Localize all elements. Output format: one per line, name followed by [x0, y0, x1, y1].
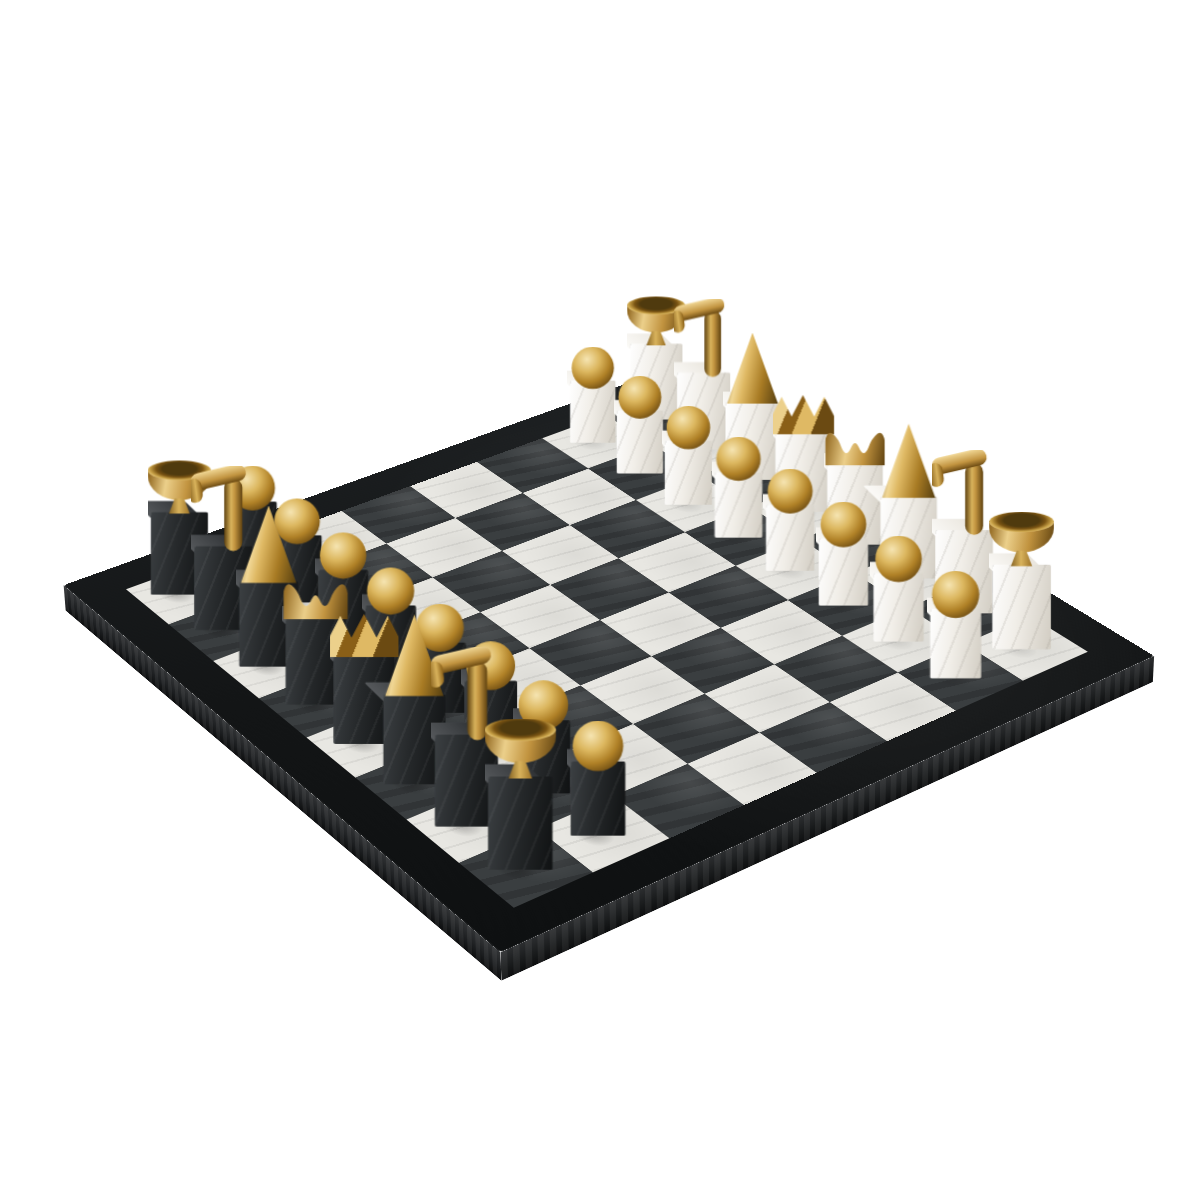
cube-body	[715, 472, 763, 537]
pawn-topper-icon	[821, 501, 867, 547]
bowl-stem	[644, 331, 669, 346]
pawn-topper-icon	[768, 468, 813, 513]
piece-white-pawn[interactable]	[816, 501, 872, 605]
piece-black-rook[interactable]	[485, 718, 556, 870]
piece-white-pawn[interactable]	[712, 437, 766, 538]
marble-cube	[715, 472, 763, 537]
pawn-topper-icon	[572, 347, 614, 389]
cube-body	[819, 538, 869, 606]
marble-cube	[617, 410, 664, 473]
marble-cube	[570, 381, 616, 443]
piece-white-pawn[interactable]	[614, 376, 666, 474]
marble-cube	[571, 761, 626, 836]
marble-cube	[930, 609, 981, 679]
chess-board	[126, 392, 1088, 907]
piece-white-pawn[interactable]	[763, 468, 818, 571]
pawn-topper-icon	[717, 437, 761, 481]
cube-body	[930, 609, 981, 679]
bowl-stem	[505, 761, 536, 779]
marble-cube	[766, 505, 815, 571]
cube-body	[488, 776, 553, 870]
queen-topper-icon	[825, 427, 885, 466]
bowl-rim	[485, 718, 556, 740]
cube-body	[665, 441, 712, 505]
bowl-stem	[1008, 550, 1036, 566]
square-a4[interactable]	[410, 462, 523, 518]
cube-body	[766, 505, 815, 571]
knight-leg	[705, 310, 722, 376]
pawn-topper-icon	[367, 567, 414, 614]
bishop-topper-icon	[239, 505, 298, 583]
pawn-topper-icon	[876, 536, 922, 582]
piece-white-pawn[interactable]	[567, 347, 618, 443]
cube-body	[571, 761, 626, 836]
marble-cube	[488, 776, 553, 870]
pawn-topper-icon	[932, 571, 979, 618]
bishop-topper-icon	[726, 333, 780, 404]
pawn-topper-icon	[619, 376, 662, 419]
pawn-topper-icon	[320, 532, 366, 578]
pawn-topper-icon	[667, 406, 711, 450]
marble-cube	[819, 538, 869, 606]
marble-cube	[874, 573, 924, 642]
bowl-rim	[989, 512, 1054, 532]
knight-topper-icon	[934, 450, 994, 534]
piece-white-pawn[interactable]	[662, 406, 715, 505]
rook-topper-icon	[989, 512, 1054, 567]
board-slab	[64, 366, 1154, 953]
bishop-topper-icon	[880, 424, 937, 499]
cube-body	[992, 564, 1051, 649]
rook-topper-icon	[485, 718, 556, 778]
board-tilt	[64, 366, 1154, 953]
pawn-topper-icon	[573, 720, 624, 771]
piece-white-pawn[interactable]	[871, 536, 928, 642]
cube-body	[874, 573, 924, 642]
marble-cube	[992, 564, 1051, 649]
knight-leg	[965, 463, 983, 535]
product-photo-stage	[0, 0, 1200, 1200]
cube-body	[570, 381, 616, 443]
marble-cube	[665, 441, 712, 505]
cube-body	[617, 410, 664, 473]
piece-white-pawn[interactable]	[927, 571, 985, 679]
piece-black-pawn[interactable]	[567, 720, 629, 835]
piece-white-rook[interactable]	[989, 512, 1054, 650]
